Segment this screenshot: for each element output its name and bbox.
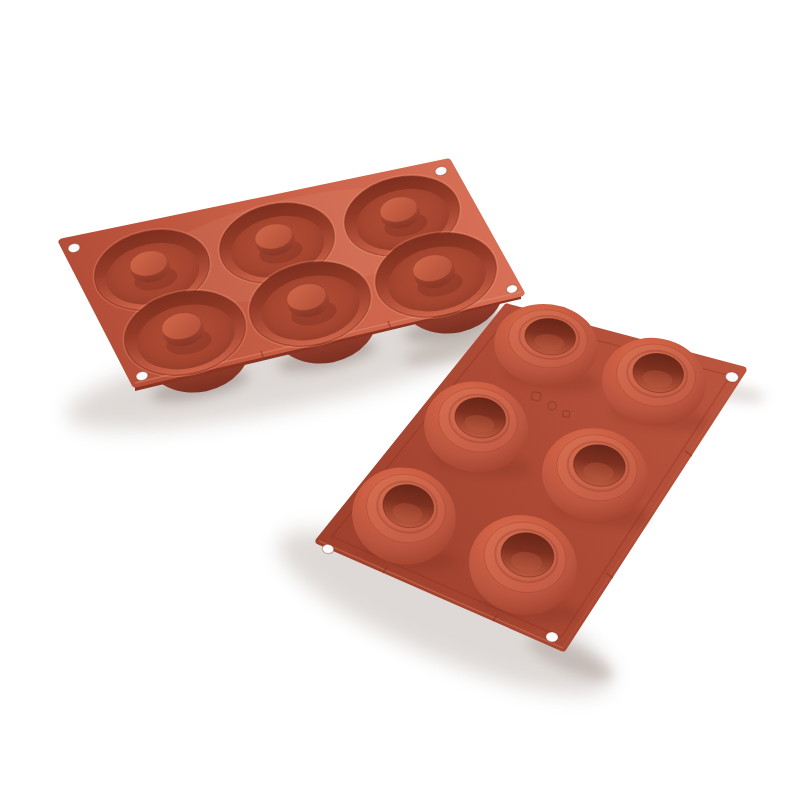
product-photo	[0, 0, 800, 800]
photo-canvas	[0, 0, 800, 800]
